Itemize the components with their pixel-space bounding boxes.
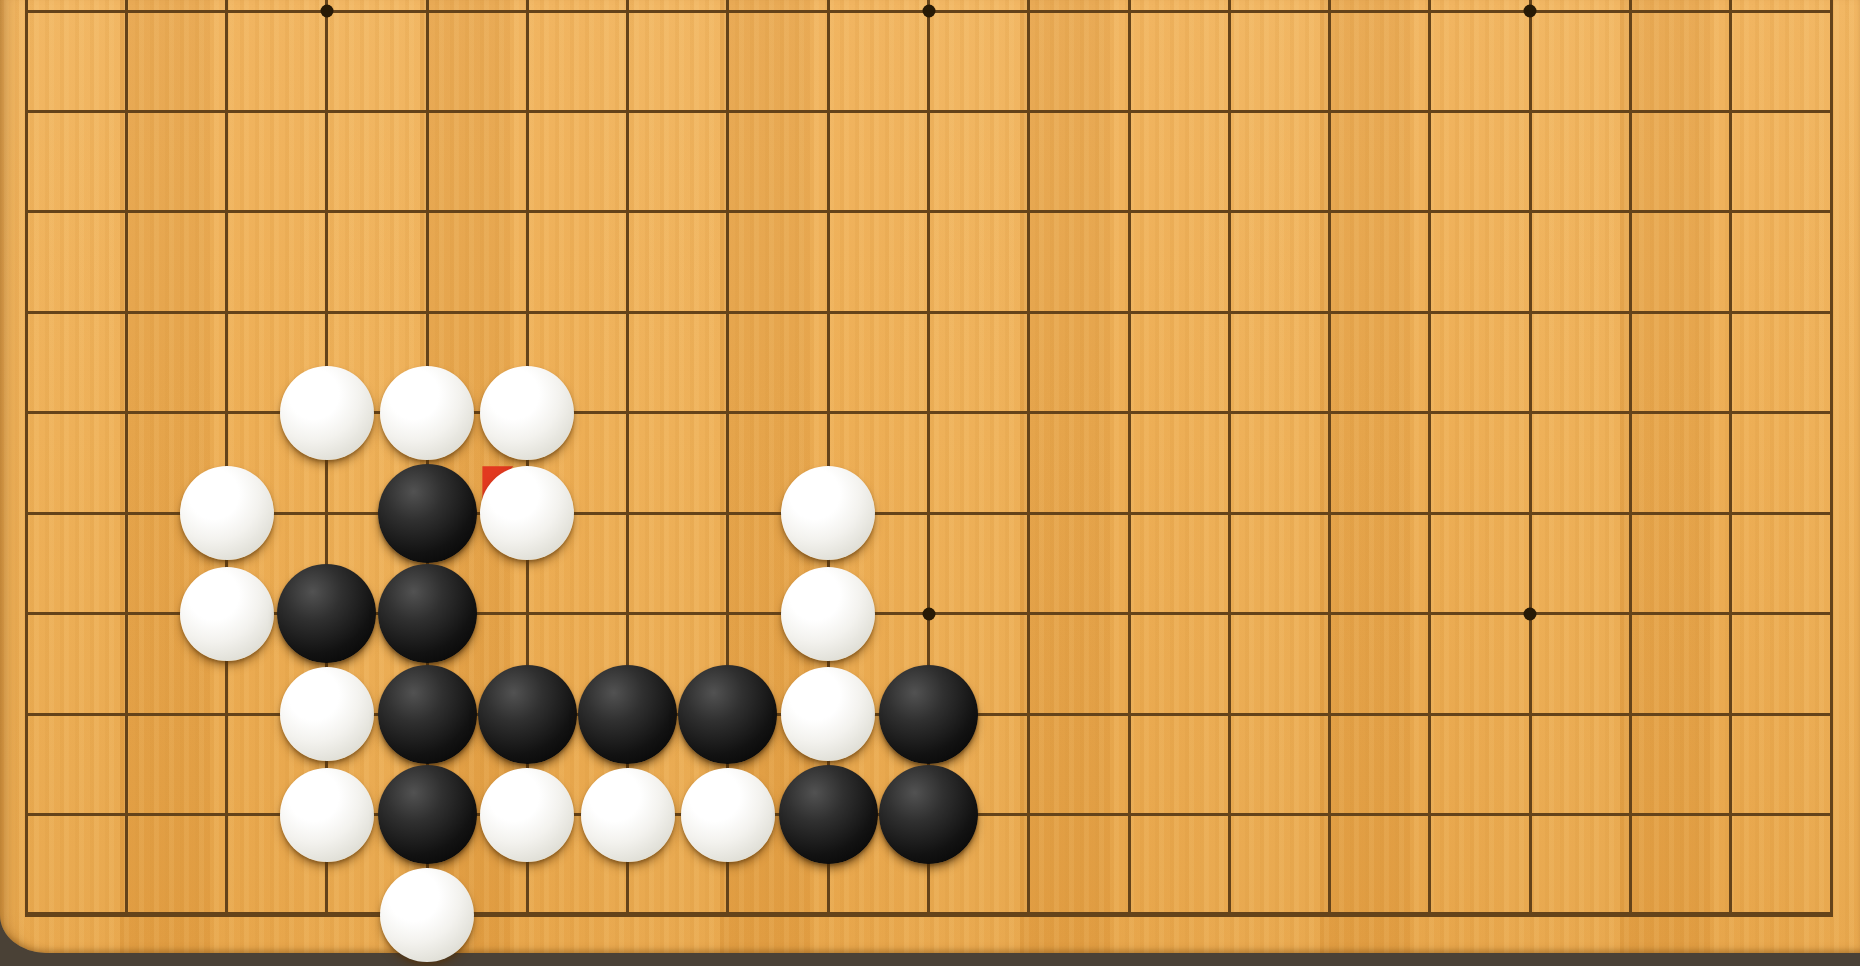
board-intersection[interactable] (377, 664, 477, 764)
stone-white (380, 366, 474, 460)
board-intersection[interactable] (778, 563, 878, 663)
stone-black (277, 564, 376, 663)
stone-white (781, 466, 875, 560)
stone-black (678, 665, 777, 764)
board-intersection[interactable] (577, 664, 677, 764)
board-intersection[interactable] (477, 664, 577, 764)
stone-white (480, 366, 574, 460)
stone-white (180, 466, 274, 560)
stone-white (781, 667, 875, 761)
board-intersection[interactable] (377, 463, 477, 563)
board-intersection[interactable] (277, 764, 377, 864)
board-intersection[interactable] (778, 664, 878, 764)
board-intersection[interactable] (678, 764, 778, 864)
board-intersection[interactable] (176, 563, 276, 663)
go-app-screen (0, 0, 1860, 966)
stone-white (180, 567, 274, 661)
stone-white (280, 768, 374, 862)
stone-white (681, 768, 775, 862)
stone-white (280, 366, 374, 460)
board-intersection[interactable] (477, 463, 577, 563)
stone-black (378, 665, 477, 764)
board-intersection[interactable] (477, 764, 577, 864)
stone-black (378, 564, 477, 663)
stone-white (480, 768, 574, 862)
stone-white (280, 667, 374, 761)
board-intersection[interactable] (377, 363, 477, 463)
go-board[interactable] (0, 0, 1860, 953)
board-intersection[interactable] (878, 664, 978, 764)
stone-black (478, 665, 577, 764)
board-intersection[interactable] (277, 363, 377, 463)
board-intersection[interactable] (277, 664, 377, 764)
board-intersection[interactable] (277, 563, 377, 663)
stone-white (380, 868, 474, 962)
board-intersection[interactable] (477, 363, 577, 463)
stone-black (378, 464, 477, 563)
stone-white (581, 768, 675, 862)
stone-white (480, 466, 574, 560)
stone-black (779, 765, 878, 864)
stone-white (781, 567, 875, 661)
board-intersection[interactable] (377, 563, 477, 663)
stone-black (378, 765, 477, 864)
stone-grid (0, 0, 1860, 965)
board-intersection[interactable] (878, 764, 978, 864)
board-intersection[interactable] (377, 865, 477, 965)
board-intersection[interactable] (176, 463, 276, 563)
board-intersection[interactable] (577, 764, 677, 864)
stone-black (578, 665, 677, 764)
stone-black (879, 765, 978, 864)
stone-black (879, 665, 978, 764)
board-intersection[interactable] (377, 764, 477, 864)
board-intersection[interactable] (678, 664, 778, 764)
board-intersection[interactable] (778, 463, 878, 563)
board-intersection[interactable] (778, 764, 878, 864)
